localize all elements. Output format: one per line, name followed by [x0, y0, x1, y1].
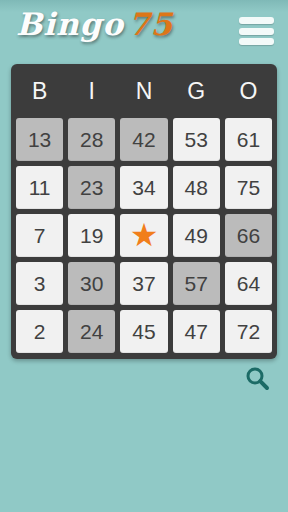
bingo-cell-r4c1[interactable]: 3	[16, 262, 63, 305]
bingo-cell-r4c4[interactable]: 57	[173, 262, 220, 305]
bingo-cell-r1c1[interactable]: 13	[16, 118, 63, 161]
bingo-cell-r5c4[interactable]: 47	[173, 310, 220, 353]
bingo-cell-r1c2[interactable]: 28	[68, 118, 115, 161]
bingo-cell-r5c2[interactable]: 24	[68, 310, 115, 353]
bingo-cell-r3c2[interactable]: 19	[68, 214, 115, 257]
bingo-column-letter-I: I	[68, 69, 115, 113]
bingo-cell-r2c2[interactable]: 23	[68, 166, 115, 209]
bingo-cell-r2c5[interactable]: 75	[225, 166, 272, 209]
bingo-cell-r4c3[interactable]: 37	[120, 262, 167, 305]
bingo-cell-r4c5[interactable]: 64	[225, 262, 272, 305]
bingo-column-letter-O: O	[225, 69, 272, 113]
bingo-app-screen: Bingo75 BINGO13284253611123344875719★496…	[0, 0, 288, 512]
bingo-cell-r3c4[interactable]: 49	[173, 214, 220, 257]
bingo-cell-r2c4[interactable]: 48	[173, 166, 220, 209]
app-title-number: 75	[128, 6, 173, 42]
bingo-column-letter-G: G	[173, 69, 220, 113]
hamburger-bar	[239, 28, 274, 35]
bingo-cell-r1c5[interactable]: 61	[225, 118, 272, 161]
bingo-cell-r1c4[interactable]: 53	[173, 118, 220, 161]
bingo-free-space[interactable]: ★	[120, 214, 167, 257]
bingo-cell-r5c5[interactable]: 72	[225, 310, 272, 353]
bingo-board-grid: BINGO13284253611123344875719★49663303757…	[16, 69, 272, 354]
bingo-cell-r3c1[interactable]: 7	[16, 214, 63, 257]
app-title: Bingo75	[16, 6, 173, 42]
search-icon[interactable]	[244, 365, 271, 392]
bingo-cell-r4c2[interactable]: 30	[68, 262, 115, 305]
hamburger-menu-icon[interactable]	[239, 17, 274, 45]
bingo-board: BINGO13284253611123344875719★49663303757…	[11, 64, 277, 359]
bingo-cell-r5c1[interactable]: 2	[16, 310, 63, 353]
bingo-column-letter-N: N	[120, 69, 167, 113]
hamburger-bar	[239, 17, 274, 24]
hamburger-bar	[239, 38, 274, 45]
free-space-star-icon: ★	[130, 219, 159, 251]
app-title-word: Bingo	[16, 6, 124, 42]
magnifier-glyph	[244, 365, 271, 392]
bingo-cell-r2c3[interactable]: 34	[120, 166, 167, 209]
bingo-cell-r3c5[interactable]: 66	[225, 214, 272, 257]
app-header: Bingo75	[0, 0, 288, 62]
bingo-column-letter-B: B	[16, 69, 63, 113]
bingo-cell-r2c1[interactable]: 11	[16, 166, 63, 209]
bingo-cell-r5c3[interactable]: 45	[120, 310, 167, 353]
bingo-cell-r1c3[interactable]: 42	[120, 118, 167, 161]
